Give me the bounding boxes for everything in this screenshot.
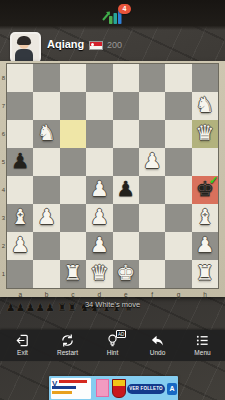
square-a6[interactable]: [7, 120, 33, 148]
square-b5[interactable]: [33, 148, 59, 176]
square-g1[interactable]: [165, 260, 191, 288]
square-f6[interactable]: [139, 120, 165, 148]
bottom-toolbar: Exit Restart AD Hint Undo: [0, 330, 225, 361]
square-f8[interactable]: [139, 64, 165, 92]
piece-bP: ♟: [7, 148, 33, 176]
exit-icon: [15, 333, 30, 348]
player-name: Aqiang: [47, 38, 84, 50]
piece-wP: ♟: [7, 232, 33, 260]
player-flag-icon: [89, 41, 103, 50]
square-d4[interactable]: ♟: [86, 176, 112, 204]
square-h4[interactable]: ♚✓: [192, 176, 218, 204]
square-h6[interactable]: ♛: [192, 120, 218, 148]
piece-wN: ♞: [192, 92, 218, 120]
square-c3[interactable]: [60, 204, 86, 232]
rank-label-5: 5: [0, 148, 7, 176]
piece-wP: ♟: [86, 204, 112, 232]
menu-list-icon: [195, 333, 210, 348]
square-c5[interactable]: [60, 148, 86, 176]
hint-button[interactable]: AD Hint: [90, 330, 135, 361]
board-frame: ♞♞♛♟♟♟♟♚✓♝♟♟♝♟♟♟♜♛♚♜ 87654321 abcdefgh: [0, 61, 225, 297]
piece-wB: ♝: [7, 204, 33, 232]
ad-banner[interactable]: V VER FOLLETO A: [49, 376, 178, 400]
square-g3[interactable]: [165, 204, 191, 232]
square-g4[interactable]: [165, 176, 191, 204]
piece-wP: ♟: [86, 232, 112, 260]
square-f7[interactable]: [139, 92, 165, 120]
square-a1[interactable]: [7, 260, 33, 288]
rank-label-7: 7: [0, 92, 7, 120]
ad-brand-icon: A: [167, 383, 177, 395]
hint-ad-badge: AD: [116, 330, 126, 338]
player-rating: 200: [107, 40, 122, 50]
checkmark-icon: ✓: [209, 174, 218, 187]
square-a4[interactable]: [7, 176, 33, 204]
chess-board: ♞♞♛♟♟♟♟♚✓♝♟♟♝♟♟♟♜♛♚♜: [7, 64, 218, 288]
square-g5[interactable]: [165, 148, 191, 176]
square-e2[interactable]: [113, 232, 139, 260]
square-b6[interactable]: ♞: [33, 120, 59, 148]
square-d1[interactable]: ♛: [86, 260, 112, 288]
square-f4[interactable]: [139, 176, 165, 204]
stats-button[interactable]: 4: [101, 7, 131, 27]
rank-label-1: 1: [0, 260, 7, 288]
square-c4[interactable]: [60, 176, 86, 204]
rank-label-8: 8: [0, 64, 7, 92]
square-d2[interactable]: ♟: [86, 232, 112, 260]
rank-label-4: 4: [0, 176, 7, 204]
menu-button[interactable]: Menu: [180, 330, 225, 361]
square-f2[interactable]: [139, 232, 165, 260]
piece-wR: ♜: [192, 260, 218, 288]
square-b4[interactable]: [33, 176, 59, 204]
square-a2[interactable]: ♟: [7, 232, 33, 260]
square-e4[interactable]: ♟: [113, 176, 139, 204]
square-e5[interactable]: [113, 148, 139, 176]
piece-wN: ♞: [33, 120, 59, 148]
app-screen: 4 Aqiang 200 ♞♞♛♟♟♟♟♚✓♝♟♟♝♟♟♟♜♛♚♜ 876543…: [0, 0, 225, 400]
file-label-h: h: [192, 291, 218, 299]
square-g7[interactable]: [165, 92, 191, 120]
square-c8[interactable]: [60, 64, 86, 92]
restart-label: Restart: [57, 349, 78, 356]
undo-button[interactable]: Undo: [135, 330, 180, 361]
square-d5[interactable]: [86, 148, 112, 176]
square-b8[interactable]: [33, 64, 59, 92]
square-h2[interactable]: ♟: [192, 232, 218, 260]
file-label-f: f: [139, 291, 165, 299]
square-h3[interactable]: ♝: [192, 204, 218, 232]
piece-wP: ♟: [86, 176, 112, 204]
square-b1[interactable]: [33, 260, 59, 288]
square-e1[interactable]: ♚: [113, 260, 139, 288]
square-d6[interactable]: [86, 120, 112, 148]
file-label-g: g: [165, 291, 191, 299]
square-c7[interactable]: [60, 92, 86, 120]
piece-bP: ♟: [113, 176, 139, 204]
ad-crest: [112, 379, 126, 398]
square-d3[interactable]: ♟: [86, 204, 112, 232]
square-e7[interactable]: [113, 92, 139, 120]
restart-icon: [60, 333, 75, 348]
square-b3[interactable]: ♟: [33, 204, 59, 232]
undo-icon: [150, 333, 165, 348]
piece-wQ: ♛: [192, 120, 218, 148]
piece-wK: ♚: [113, 260, 139, 288]
notification-badge: 4: [118, 4, 131, 14]
square-e3[interactable]: [113, 204, 139, 232]
square-a5[interactable]: ♟: [7, 148, 33, 176]
square-g2[interactable]: [165, 232, 191, 260]
square-a7[interactable]: [7, 92, 33, 120]
square-f5[interactable]: ♟: [139, 148, 165, 176]
square-e6[interactable]: [113, 120, 139, 148]
square-d7[interactable]: [86, 92, 112, 120]
move-status-label: 34 White's move: [0, 300, 225, 309]
square-g6[interactable]: [165, 120, 191, 148]
square-c2[interactable]: [60, 232, 86, 260]
piece-wQ: ♛: [86, 260, 112, 288]
square-f1[interactable]: [139, 260, 165, 288]
rank-label-3: 3: [0, 204, 7, 232]
square-f3[interactable]: [139, 204, 165, 232]
piece-wP: ♟: [33, 204, 59, 232]
piece-wP: ♟: [139, 148, 165, 176]
rank-label-2: 2: [0, 232, 7, 260]
square-g8[interactable]: [165, 64, 191, 92]
square-a3[interactable]: ♝: [7, 204, 33, 232]
exit-button[interactable]: Exit: [0, 330, 45, 361]
square-e8[interactable]: [113, 64, 139, 92]
square-b2[interactable]: [33, 232, 59, 260]
restart-button[interactable]: Restart: [45, 330, 90, 361]
exit-label: Exit: [17, 349, 28, 356]
square-c6[interactable]: [60, 120, 86, 148]
square-h7[interactable]: ♞: [192, 92, 218, 120]
square-a8[interactable]: [7, 64, 33, 92]
menu-label: Menu: [194, 349, 210, 356]
piece-wP: ♟: [192, 232, 218, 260]
square-h5[interactable]: [192, 148, 218, 176]
square-d8[interactable]: [86, 64, 112, 92]
undo-label: Undo: [150, 349, 166, 356]
player-row: Aqiang 200: [0, 30, 225, 62]
square-h8[interactable]: [192, 64, 218, 92]
square-h1[interactable]: ♜: [192, 260, 218, 288]
player-avatar: [10, 32, 41, 63]
piece-wR: ♜: [60, 260, 86, 288]
ad-logo-card: V: [51, 378, 91, 399]
square-b7[interactable]: [33, 92, 59, 120]
ad-cta-button[interactable]: VER FOLLETO: [127, 384, 165, 394]
rank-label-6: 6: [0, 120, 7, 148]
piece-wB: ♝: [192, 204, 218, 232]
square-c1[interactable]: ♜: [60, 260, 86, 288]
hint-label: Hint: [107, 349, 119, 356]
ad-image: [96, 379, 109, 397]
